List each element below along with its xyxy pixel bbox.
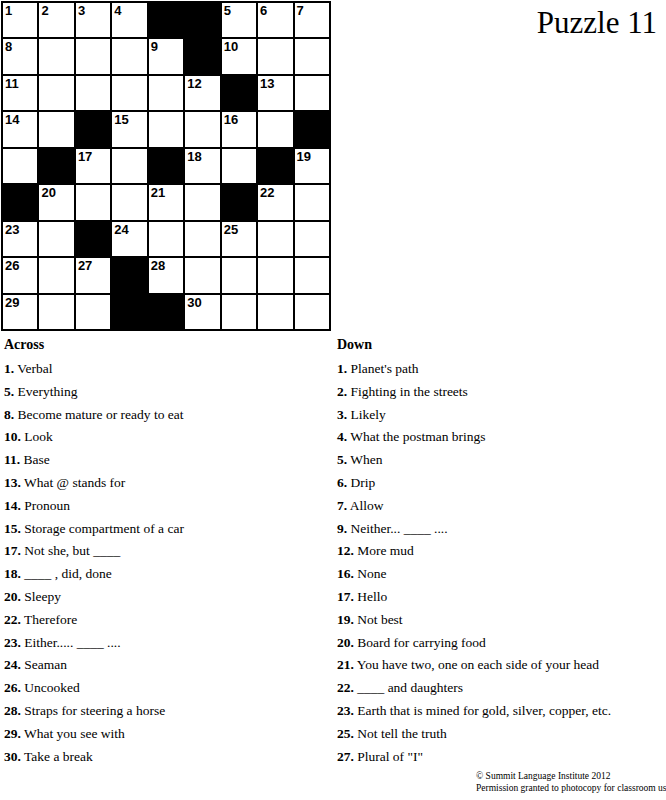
clue-number-25: 25 <box>224 222 238 237</box>
cell-r9c2[interactable] <box>39 295 73 329</box>
clue-number-20: 20 <box>41 185 55 200</box>
cell-r4c4[interactable]: 15 <box>112 112 146 146</box>
cell-r8c6[interactable] <box>185 258 219 292</box>
cell-r1c1[interactable]: 1 <box>3 3 37 37</box>
clue-number-22: 22 <box>260 185 274 200</box>
cell-r4c5[interactable] <box>149 112 183 146</box>
cell-r2c1[interactable]: 8 <box>3 39 37 73</box>
cell-r7c7[interactable]: 25 <box>222 222 256 256</box>
across-clue-5: 5. Everything <box>4 385 334 399</box>
clue-number-28: 28 <box>151 258 165 273</box>
clue-text: Not she, but ____ <box>21 543 120 558</box>
cell-r8c7[interactable] <box>222 258 256 292</box>
black-square-r6c7 <box>222 185 256 219</box>
puzzle-title: Puzzle 11 <box>537 5 657 41</box>
cell-r6c3[interactable] <box>76 185 110 219</box>
across-clue-28: 28. Straps for steering a horse <box>4 704 334 718</box>
cell-r9c1[interactable]: 29 <box>3 295 37 329</box>
clue-text: Earth that is mined for gold, silver, co… <box>354 703 611 718</box>
clue-num: 17. <box>4 543 21 558</box>
clue-number-17: 17 <box>78 149 92 164</box>
down-clue-21: 21. You have two, one on each side of yo… <box>337 658 666 672</box>
down-clue-list: 1. Planet's path2. Fighting in the stree… <box>337 362 666 763</box>
cell-r2c5[interactable]: 9 <box>149 39 183 73</box>
copyright-line1: © Summit Language Institute 2012 <box>476 770 666 782</box>
down-clue-22: 22. ____ and daughters <box>337 681 666 695</box>
cell-r9c8[interactable] <box>258 295 292 329</box>
clue-text: Likely <box>347 407 386 422</box>
clue-num: 24. <box>4 657 21 672</box>
cell-r2c4[interactable] <box>112 39 146 73</box>
clue-number-6: 6 <box>260 3 267 18</box>
cell-r2c2[interactable] <box>39 39 73 73</box>
clue-num: 12. <box>337 543 354 558</box>
down-clue-23: 23. Earth that is mined for gold, silver… <box>337 704 666 718</box>
across-clue-22: 22. Therefore <box>4 613 334 627</box>
cell-r5c4[interactable] <box>112 149 146 183</box>
clue-num: 5. <box>4 384 14 399</box>
black-square-r4c3 <box>76 112 110 146</box>
cell-r3c5[interactable] <box>149 76 183 110</box>
cell-r1c9[interactable]: 7 <box>295 3 329 37</box>
clue-num: 17. <box>337 589 354 604</box>
cell-r7c4[interactable]: 24 <box>112 222 146 256</box>
clue-num: 25. <box>337 726 354 741</box>
clue-number-26: 26 <box>5 258 19 273</box>
clue-num: 14. <box>4 498 21 513</box>
cell-r7c2[interactable] <box>39 222 73 256</box>
across-clue-23: 23. Either..... ____ .... <box>4 636 334 650</box>
crossword-worksheet: 1234567891011121314151617181920212223242… <box>0 0 666 800</box>
down-clue-7: 7. Allow <box>337 499 666 513</box>
clue-num: 3. <box>337 407 347 422</box>
clue-num: 30. <box>4 749 21 764</box>
cell-r7c9[interactable] <box>295 222 329 256</box>
across-clue-30: 30. Take a break <box>4 750 334 764</box>
cell-r8c9[interactable] <box>295 258 329 292</box>
clue-num: 5. <box>337 452 347 467</box>
down-clue-25: 25. Not tell the truth <box>337 727 666 741</box>
clue-num: 16. <box>337 566 354 581</box>
clue-number-15: 15 <box>114 112 128 127</box>
cell-r6c8[interactable]: 22 <box>258 185 292 219</box>
clue-text: Storage compartment of a car <box>21 521 184 536</box>
clue-num: 13. <box>4 475 21 490</box>
clue-number-27: 27 <box>78 258 92 273</box>
clue-number-10: 10 <box>224 39 238 54</box>
clue-num: 22. <box>337 680 354 695</box>
clue-num: 18. <box>4 566 21 581</box>
clue-num: 19. <box>337 612 354 627</box>
clue-num: 23. <box>337 703 354 718</box>
black-square-r5c2 <box>39 149 73 183</box>
down-clue-4: 4. What the postman brings <box>337 430 666 444</box>
clue-text: Sleepy <box>21 589 61 604</box>
black-square-r8c4 <box>112 258 146 292</box>
across-clue-26: 26. Uncooked <box>4 681 334 695</box>
across-clue-1: 1. Verbal <box>4 362 334 376</box>
across-clue-14: 14. Pronoun <box>4 499 334 513</box>
down-clue-12: 12. More mud <box>337 544 666 558</box>
clue-num: 29. <box>4 726 21 741</box>
clue-number-8: 8 <box>5 39 12 54</box>
down-clue-6: 6. Drip <box>337 476 666 490</box>
clue-text: Plural of "I" <box>354 749 423 764</box>
clue-num: 20. <box>337 635 354 650</box>
clue-text: Become mature or ready to eat <box>14 407 183 422</box>
clue-text: Not tell the truth <box>354 726 447 741</box>
clue-number-21: 21 <box>151 185 165 200</box>
cell-r4c1[interactable]: 14 <box>3 112 37 146</box>
clue-text: Allow <box>347 498 383 513</box>
clue-text: When <box>347 452 382 467</box>
down-clue-20: 20. Board for carrying food <box>337 636 666 650</box>
across-clue-8: 8. Become mature or ready to eat <box>4 408 334 422</box>
down-clue-19: 19. Not best <box>337 613 666 627</box>
cell-r8c2[interactable] <box>39 258 73 292</box>
clue-text: Drip <box>347 475 375 490</box>
cell-r9c9[interactable] <box>295 295 329 329</box>
down-clue-16: 16. None <box>337 567 666 581</box>
cell-r3c2[interactable] <box>39 76 73 110</box>
cell-r3c1[interactable]: 11 <box>3 76 37 110</box>
clue-text: Seaman <box>21 657 67 672</box>
cell-r8c1[interactable]: 26 <box>3 258 37 292</box>
cell-r7c5[interactable] <box>149 222 183 256</box>
clue-number-16: 16 <box>224 112 238 127</box>
clue-text: Look <box>21 429 53 444</box>
cell-r5c1[interactable] <box>3 149 37 183</box>
black-square-r6c1 <box>3 185 37 219</box>
clue-num: 28. <box>4 703 21 718</box>
clue-num: 26. <box>4 680 21 695</box>
cell-r1c8[interactable]: 6 <box>258 3 292 37</box>
cell-r3c4[interactable] <box>112 76 146 110</box>
cell-r1c3[interactable]: 3 <box>76 3 110 37</box>
copyright: © Summit Language Institute 2012 Permiss… <box>476 770 666 794</box>
across-header: Across <box>4 338 334 352</box>
clue-text: Not best <box>354 612 403 627</box>
cell-r5c3[interactable]: 17 <box>76 149 110 183</box>
across-clue-17: 17. Not she, but ____ <box>4 544 334 558</box>
cell-r8c5[interactable]: 28 <box>149 258 183 292</box>
clue-num: 15. <box>4 521 21 536</box>
clue-text: Either..... ____ .... <box>21 635 121 650</box>
cell-r1c7[interactable]: 5 <box>222 3 256 37</box>
cell-r3c9[interactable] <box>295 76 329 110</box>
black-square-r1c5 <box>149 3 183 37</box>
cell-r6c2[interactable]: 20 <box>39 185 73 219</box>
cell-r4c2[interactable] <box>39 112 73 146</box>
copyright-line2: Permission granted to photocopy for clas… <box>476 782 666 794</box>
clue-text: Uncooked <box>21 680 80 695</box>
down-clues-section: Down 1. Planet's path2. Fighting in the … <box>337 338 666 772</box>
cell-r1c4[interactable]: 4 <box>112 3 146 37</box>
down-clue-17: 17. Hello <box>337 590 666 604</box>
clue-number-9: 9 <box>151 39 158 54</box>
clue-number-11: 11 <box>5 76 19 91</box>
cell-r2c3[interactable] <box>76 39 110 73</box>
cell-r3c3[interactable] <box>76 76 110 110</box>
clue-text: ____ and daughters <box>354 680 463 695</box>
clue-text: Verbal <box>14 361 52 376</box>
down-clue-2: 2. Fighting in the streets <box>337 385 666 399</box>
clue-text: Pronoun <box>21 498 70 513</box>
across-clue-list: 1. Verbal5. Everything8. Become mature o… <box>4 362 334 763</box>
clue-text: Take a break <box>21 749 93 764</box>
clue-text: ____ , did, done <box>21 566 112 581</box>
clue-text: Board for carrying food <box>354 635 486 650</box>
across-clue-24: 24. Seaman <box>4 658 334 672</box>
cell-r5c9[interactable]: 19 <box>295 149 329 183</box>
clue-num: 4. <box>337 429 347 444</box>
down-clue-3: 3. Likely <box>337 408 666 422</box>
clue-text: None <box>354 566 387 581</box>
clue-number-23: 23 <box>5 222 19 237</box>
cell-r4c8[interactable] <box>258 112 292 146</box>
clue-num: 7. <box>337 498 347 513</box>
cell-r5c7[interactable] <box>222 149 256 183</box>
cell-r3c8[interactable]: 13 <box>258 76 292 110</box>
cell-r7c1[interactable]: 23 <box>3 222 37 256</box>
clue-text: Neither... ____ .... <box>347 521 448 536</box>
clue-number-13: 13 <box>260 76 274 91</box>
clue-number-14: 14 <box>5 112 19 127</box>
clue-text: Everything <box>14 384 77 399</box>
clue-number-24: 24 <box>114 222 128 237</box>
clue-num: 8. <box>4 407 14 422</box>
cell-r6c9[interactable] <box>295 185 329 219</box>
clue-num: 6. <box>337 475 347 490</box>
cell-r7c8[interactable] <box>258 222 292 256</box>
clue-text: What @ stands for <box>21 475 125 490</box>
across-clue-11: 11. Base <box>4 453 334 467</box>
clue-text: Base <box>20 452 50 467</box>
clue-number-18: 18 <box>187 149 201 164</box>
clue-number-19: 19 <box>297 149 311 164</box>
clue-num: 1. <box>4 361 14 376</box>
clue-text: Therefore <box>21 612 77 627</box>
clue-number-2: 2 <box>41 3 48 18</box>
clue-number-5: 5 <box>224 3 231 18</box>
across-clue-10: 10. Look <box>4 430 334 444</box>
clue-text: What you see with <box>21 726 125 741</box>
clue-number-1: 1 <box>5 3 12 18</box>
clue-text: Straps for steering a horse <box>21 703 165 718</box>
black-square-r2c6 <box>185 39 219 73</box>
down-header: Down <box>337 338 666 352</box>
down-clue-27: 27. Plural of "I" <box>337 750 666 764</box>
clue-num: 2. <box>337 384 347 399</box>
cell-r4c6[interactable] <box>185 112 219 146</box>
cell-r9c7[interactable] <box>222 295 256 329</box>
cell-r6c6[interactable] <box>185 185 219 219</box>
cell-r9c3[interactable] <box>76 295 110 329</box>
black-square-r4c9 <box>295 112 329 146</box>
clue-number-29: 29 <box>5 295 19 310</box>
clue-text: Fighting in the streets <box>347 384 468 399</box>
black-square-r5c5 <box>149 149 183 183</box>
black-square-r5c8 <box>258 149 292 183</box>
across-clues-section: Across 1. Verbal5. Everything8. Become m… <box>4 338 334 772</box>
clue-num: 11. <box>4 452 20 467</box>
cell-r5c6[interactable]: 18 <box>185 149 219 183</box>
clue-num: 27. <box>337 749 354 764</box>
clue-text: Planet's path <box>347 361 418 376</box>
cell-r2c8[interactable] <box>258 39 292 73</box>
across-clue-20: 20. Sleepy <box>4 590 334 604</box>
clue-number-3: 3 <box>78 3 85 18</box>
clue-num: 9. <box>337 521 347 536</box>
cell-r6c5[interactable]: 21 <box>149 185 183 219</box>
cell-r8c3[interactable]: 27 <box>76 258 110 292</box>
clue-num: 21. <box>337 657 354 672</box>
down-clue-5: 5. When <box>337 453 666 467</box>
cell-r4c7[interactable]: 16 <box>222 112 256 146</box>
clue-text: You have two, one on each side of your h… <box>354 657 599 672</box>
clue-num: 10. <box>4 429 21 444</box>
black-square-r9c4 <box>112 295 146 329</box>
cell-r2c7[interactable]: 10 <box>222 39 256 73</box>
black-square-r7c3 <box>76 222 110 256</box>
clue-num: 20. <box>4 589 21 604</box>
clue-number-30: 30 <box>187 295 201 310</box>
clue-text: What the postman brings <box>347 429 485 444</box>
clue-num: 22. <box>4 612 21 627</box>
clue-text: More mud <box>354 543 414 558</box>
clue-number-7: 7 <box>297 3 304 18</box>
cell-r6c4[interactable] <box>112 185 146 219</box>
cell-r3c6[interactable]: 12 <box>185 76 219 110</box>
black-square-r9c5 <box>149 295 183 329</box>
black-square-r1c6 <box>185 3 219 37</box>
cell-r8c8[interactable] <box>258 258 292 292</box>
across-clue-18: 18. ____ , did, done <box>4 567 334 581</box>
down-clue-1: 1. Planet's path <box>337 362 666 376</box>
across-clue-29: 29. What you see with <box>4 727 334 741</box>
cell-r7c6[interactable] <box>185 222 219 256</box>
cell-r9c6[interactable]: 30 <box>185 295 219 329</box>
across-clue-13: 13. What @ stands for <box>4 476 334 490</box>
cell-r2c9[interactable] <box>295 39 329 73</box>
clue-text: Hello <box>354 589 387 604</box>
down-clue-9: 9. Neither... ____ .... <box>337 522 666 536</box>
clue-number-4: 4 <box>114 3 121 18</box>
black-square-r3c7 <box>222 76 256 110</box>
cell-r1c2[interactable]: 2 <box>39 3 73 37</box>
across-clue-15: 15. Storage compartment of a car <box>4 522 334 536</box>
clue-num: 23. <box>4 635 21 650</box>
clue-num: 1. <box>337 361 347 376</box>
clue-number-12: 12 <box>187 76 201 91</box>
crossword-grid: 1234567891011121314151617181920212223242… <box>1 1 331 331</box>
